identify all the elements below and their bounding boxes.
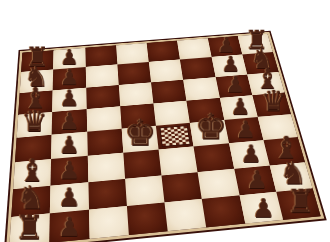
black-pawn[interactable]: ♟ — [252, 195, 275, 221]
square-g5[interactable] — [161, 172, 202, 202]
square-c3[interactable] — [86, 85, 120, 109]
square-a4[interactable] — [116, 43, 149, 64]
black-pawn[interactable]: ♟ — [235, 118, 256, 141]
square-c4[interactable] — [119, 82, 154, 106]
black-queen[interactable]: ♛ — [261, 86, 287, 115]
square-a3[interactable] — [85, 45, 117, 67]
square-b3[interactable] — [85, 65, 118, 88]
square-e6[interactable]: ♚ — [190, 120, 229, 147]
white-pawn[interactable]: ♟ — [59, 133, 80, 157]
square-a5[interactable] — [147, 41, 180, 62]
square-h8[interactable]: ♜ — [276, 188, 321, 220]
square-h6[interactable] — [202, 195, 245, 227]
miniature-chessboard — [159, 125, 190, 147]
square-g2[interactable]: ♟ — [50, 182, 88, 213]
white-pawn[interactable]: ♟ — [59, 109, 80, 132]
square-d8[interactable]: ♛ — [252, 92, 291, 117]
square-f6[interactable] — [194, 143, 234, 171]
square-f4[interactable] — [123, 150, 161, 179]
black-rook[interactable]: ♜ — [287, 184, 316, 216]
square-d3[interactable] — [86, 106, 121, 132]
white-pawn[interactable]: ♟ — [59, 87, 79, 109]
square-c5[interactable] — [151, 79, 187, 103]
square-f3[interactable] — [87, 153, 124, 182]
square-f2[interactable]: ♟ — [51, 156, 88, 185]
square-h3[interactable] — [89, 206, 129, 239]
black-pawn[interactable]: ♟ — [241, 142, 263, 166]
square-e4[interactable]: ♚ — [121, 126, 158, 153]
black-pawn[interactable]: ♟ — [230, 95, 250, 118]
square-e5[interactable] — [156, 123, 194, 150]
square-a6[interactable] — [177, 38, 211, 59]
black-pawn[interactable]: ♟ — [246, 168, 268, 193]
white-king[interactable]: ♚ — [125, 114, 157, 150]
white-queen[interactable]: ♛ — [21, 106, 47, 135]
square-h1[interactable]: ♜ — [9, 213, 50, 242]
white-pawn[interactable]: ♟ — [58, 185, 81, 210]
white-rook[interactable]: ♜ — [14, 210, 44, 242]
square-g4[interactable] — [125, 175, 165, 206]
square-g6[interactable] — [198, 168, 239, 198]
square-h4[interactable] — [127, 202, 168, 235]
square-b5[interactable] — [149, 60, 183, 83]
square-b4[interactable] — [117, 62, 151, 85]
white-pawn[interactable]: ♟ — [58, 214, 81, 240]
square-h5[interactable] — [164, 199, 206, 232]
square-d1[interactable]: ♛ — [17, 112, 53, 138]
chess-artwork: ♜♟♟♜♞♟♟♞♝♟♟♝♛♟♟♛♟♚♚♟♝♟♟♝♞♟♟♞♜♟♟♜ — [0, 0, 330, 242]
square-b6[interactable] — [180, 57, 215, 79]
black-king[interactable]: ♚ — [195, 108, 227, 144]
white-pawn[interactable]: ♟ — [58, 158, 80, 182]
square-f5[interactable] — [159, 147, 198, 176]
chess-board: ♜♟♟♜♞♟♟♞♝♟♟♝♛♟♟♛♟♚♚♟♝♟♟♝♞♟♟♞♜♟♟♜ — [6, 32, 324, 242]
square-e3[interactable] — [87, 129, 123, 156]
square-g3[interactable] — [88, 179, 127, 210]
square-c6[interactable] — [183, 77, 219, 101]
square-h2[interactable]: ♟ — [49, 209, 89, 242]
square-d5[interactable] — [153, 101, 190, 126]
black-pawn[interactable]: ♟ — [226, 74, 246, 96]
